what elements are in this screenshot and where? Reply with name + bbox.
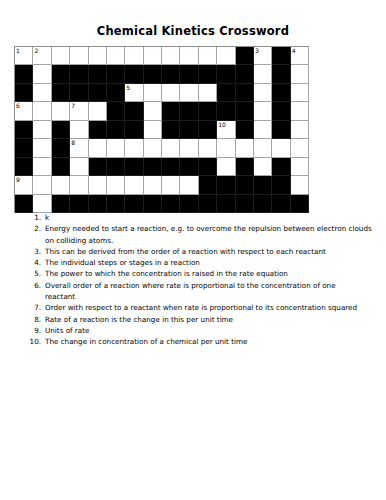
black-cell [107,195,125,213]
clue: 1.k [28,212,380,223]
crossword-grid: 12345671089 [14,46,309,213]
black-cell [144,195,162,213]
black-cell [15,139,33,157]
grid-cell[interactable]: 6 [15,102,33,120]
grid-cell[interactable] [125,47,143,65]
clue-text: The change in concentration of a chemica… [45,336,247,347]
clue: 9.Units of rate [28,325,380,336]
black-cell [52,158,70,176]
black-cell [162,102,180,120]
black-cell [236,102,254,120]
grid-cell[interactable] [254,102,272,120]
grid-cell[interactable] [144,84,162,102]
clue: on colliding atoms. [28,235,380,246]
grid-cell[interactable] [33,176,51,194]
black-cell [180,65,198,83]
black-cell [89,84,107,102]
clue-text: Order with respect to a reactant when ra… [45,302,357,313]
black-cell [162,158,180,176]
grid-cell[interactable]: 2 [33,47,51,65]
grid-cell[interactable] [199,139,217,157]
black-cell [217,65,235,83]
grid-cell[interactable] [199,47,217,65]
puzzle-title: Chemical Kinetics Crossword [0,24,386,38]
grid-cell[interactable] [33,139,51,157]
clue: 6.Overall order of a reaction where rate… [28,280,380,291]
grid-cell[interactable] [180,139,198,157]
black-cell [89,65,107,83]
black-cell [162,195,180,213]
clue-number-label: 2. [28,223,41,234]
grid-cell[interactable] [144,176,162,194]
clue-text: This can be derived from the order of a … [45,246,326,257]
black-cell [89,195,107,213]
grid-cell[interactable] [33,102,51,120]
clue-text: reactant [45,291,75,302]
grid-cell[interactable] [291,139,309,157]
clue: 2.Energy needed to start a reaction, e.g… [28,223,380,234]
cell-clue-number: 10 [218,121,226,128]
grid-cell[interactable]: 8 [70,139,88,157]
grid-cell[interactable]: 5 [125,84,143,102]
black-cell [254,195,272,213]
grid-cell[interactable] [107,176,125,194]
black-cell [107,84,125,102]
grid-cell[interactable] [254,84,272,102]
black-cell [180,158,198,176]
cell-clue-number: 5 [126,84,130,91]
black-cell [52,195,70,213]
black-cell [236,84,254,102]
grid-cell[interactable] [107,139,125,157]
clue: 5.The power to which the concentration i… [28,268,380,279]
cell-clue-number: 7 [71,102,75,109]
clue-number-label: 1. [28,212,41,223]
black-cell [162,121,180,139]
clue-text: k [45,212,49,223]
black-cell [254,176,272,194]
clue-number-label: 4. [28,257,41,268]
cell-clue-number: 4 [292,47,296,54]
black-cell [125,102,143,120]
grid-cell[interactable]: 9 [15,176,33,194]
black-cell [180,102,198,120]
black-cell [180,121,198,139]
clue-text: Rate of a reaction is the change in this… [45,314,233,325]
clue-text: Energy needed to start a reaction, e.g. … [45,223,372,234]
black-cell [199,65,217,83]
black-cell [272,102,290,120]
grid-cell[interactable] [180,176,198,194]
grid-cell[interactable] [291,102,309,120]
black-cell [272,84,290,102]
grid-cell[interactable] [217,47,235,65]
grid-cell[interactable] [291,65,309,83]
grid-cell[interactable] [291,158,309,176]
black-cell [199,195,217,213]
black-cell [272,176,290,194]
black-cell [125,65,143,83]
grid-cell[interactable] [291,176,309,194]
black-cell [272,65,290,83]
grid-cell[interactable] [162,84,180,102]
black-cell [107,65,125,83]
black-cell [272,158,290,176]
black-cell [52,84,70,102]
clue-text: Units of rate [45,325,89,336]
clue-text: Overall order of a reaction where rate i… [45,280,336,291]
grid-cell[interactable] [70,121,88,139]
black-cell [15,84,33,102]
black-cell [52,65,70,83]
cell-clue-number: 6 [16,102,20,109]
clue: reactant [28,291,380,302]
grid-cell[interactable] [272,139,290,157]
black-cell [291,195,309,213]
black-cell [70,84,88,102]
black-cell [89,121,107,139]
grid-cell[interactable]: 4 [291,47,309,65]
grid-cell[interactable] [89,139,107,157]
clue-number-label [28,235,41,246]
black-cell [125,158,143,176]
cell-clue-number: 2 [34,47,38,54]
clue-number-label: 3. [28,246,41,257]
clue-text: on colliding atoms. [45,235,113,246]
grid-cell[interactable] [144,139,162,157]
cell-clue-number: 3 [255,47,259,54]
black-cell [89,158,107,176]
black-cell [15,65,33,83]
black-cell [52,121,70,139]
black-cell [272,47,290,65]
black-cell [70,65,88,83]
grid-cell[interactable] [180,84,198,102]
grid-cell[interactable] [254,121,272,139]
black-cell [236,158,254,176]
grid-cell[interactable] [162,47,180,65]
grid-cell[interactable] [33,84,51,102]
black-cell [272,195,290,213]
grid-cell[interactable] [33,65,51,83]
grid-cell[interactable] [236,139,254,157]
clue-list: 1.k2.Energy needed to start a reaction, … [28,212,380,348]
clue-number-label: 6. [28,280,41,291]
clue-number-label [28,291,41,302]
grid-cell[interactable] [33,195,51,213]
clue: 8.Rate of a reaction is the change in th… [28,314,380,325]
grid-cell[interactable] [33,158,51,176]
grid-cell[interactable] [199,84,217,102]
grid-cell[interactable] [52,102,70,120]
black-cell [236,176,254,194]
clue-text: The power to which the concentration is … [45,268,288,279]
grid-cell[interactable] [52,176,70,194]
clue-number-label: 7. [28,302,41,313]
grid-cell[interactable] [254,65,272,83]
black-cell [162,65,180,83]
black-cell [15,158,33,176]
clue-number-label: 9. [28,325,41,336]
black-cell [199,158,217,176]
black-cell [236,195,254,213]
grid-cell[interactable] [217,139,235,157]
grid-cell[interactable]: 10 [217,121,235,139]
black-cell [107,102,125,120]
grid-cell[interactable] [125,176,143,194]
cell-clue-number: 1 [16,47,20,54]
black-cell [144,65,162,83]
grid-cell[interactable] [144,121,162,139]
grid-cell[interactable] [89,176,107,194]
clue: 4.The individual steps or stages in a re… [28,257,380,268]
grid-cell[interactable] [70,47,88,65]
grid-cell[interactable] [89,47,107,65]
black-cell [272,121,290,139]
black-cell [125,195,143,213]
black-cell [236,121,254,139]
grid-cell[interactable] [33,121,51,139]
black-cell [217,195,235,213]
black-cell [144,158,162,176]
black-cell [236,47,254,65]
grid-cell[interactable] [291,84,309,102]
black-cell [15,195,33,213]
black-cell [15,121,33,139]
grid-cell[interactable] [291,121,309,139]
grid-cell[interactable] [70,158,88,176]
clue: 7.Order with respect to a reactant when … [28,302,380,313]
grid-cell[interactable] [254,139,272,157]
page: { "game": "crossword", "title": "Chemica… [0,0,386,500]
black-cell [107,158,125,176]
grid-cell[interactable] [70,176,88,194]
grid-cell[interactable] [144,102,162,120]
black-cell [217,102,235,120]
grid-cell[interactable]: 1 [15,47,33,65]
grid-cell[interactable] [180,47,198,65]
black-cell [125,121,143,139]
clue: 10.The change in concentration of a chem… [28,336,380,347]
grid-cell[interactable] [107,47,125,65]
grid-cell[interactable] [254,158,272,176]
clue-number-label: 5. [28,268,41,279]
black-cell [180,195,198,213]
grid-cell[interactable] [217,158,235,176]
black-cell [199,121,217,139]
grid-cell[interactable] [125,139,143,157]
grid-cell[interactable] [162,139,180,157]
clue-number-label: 8. [28,314,41,325]
clue: 3.This can be derived from the order of … [28,246,380,257]
grid-cell[interactable]: 3 [254,47,272,65]
grid-cell[interactable] [162,176,180,194]
black-cell [236,65,254,83]
grid-cell[interactable]: 7 [70,102,88,120]
grid-cell[interactable] [52,47,70,65]
black-cell [199,176,217,194]
black-cell [217,84,235,102]
black-cell [217,176,235,194]
cell-clue-number: 9 [16,176,20,183]
clue-number-label: 10. [28,336,41,347]
grid-cell[interactable] [144,47,162,65]
black-cell [107,121,125,139]
cell-clue-number: 8 [71,139,75,146]
black-cell [199,102,217,120]
black-cell [52,139,70,157]
black-cell [70,195,88,213]
grid-cell[interactable] [89,102,107,120]
clue-text: The individual steps or stages in a reac… [45,257,200,268]
